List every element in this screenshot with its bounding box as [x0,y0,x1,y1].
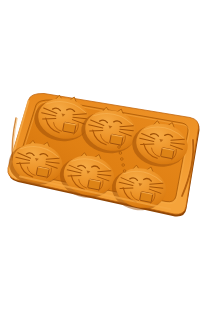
mold-photo-svg [0,0,213,320]
mold-tray [5,90,199,216]
product-photo-canvas [0,0,213,320]
product-image [0,0,213,320]
